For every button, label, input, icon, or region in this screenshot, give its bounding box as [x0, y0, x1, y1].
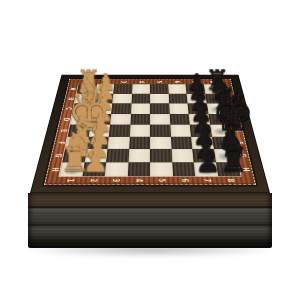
- file-label-f: F: [49, 139, 71, 146]
- square-g6[interactable]: [171, 149, 194, 162]
- file-label-h: H: [43, 165, 67, 173]
- rank-label-3: 3: [109, 173, 123, 188]
- rank-label-6: 6: [177, 173, 191, 188]
- rank-label-1: 1: [62, 173, 77, 188]
- file-label-g: G: [231, 152, 254, 159]
- rank-label-5: 5: [154, 77, 164, 86]
- square-e5[interactable]: [150, 125, 171, 137]
- rank-label-8: 8: [206, 77, 217, 86]
- file-label-d: D: [224, 116, 245, 122]
- file-label-c: C: [58, 106, 78, 112]
- box-front-face: [28, 193, 272, 248]
- file-label-h: H: [233, 165, 257, 173]
- rank-label-8: 8: [222, 173, 237, 188]
- box-top-rim: 12345678 12345678 ABCDEFGH ABCDEFGH ♜♟♟♜…: [30, 75, 270, 193]
- square-d4[interactable]: [130, 114, 150, 125]
- piece-black-pawn-h7[interactable]: ♟: [195, 148, 218, 175]
- square-d6[interactable]: [169, 114, 190, 125]
- rank-label-7: 7: [189, 77, 200, 86]
- file-label-g: G: [46, 152, 69, 159]
- rank-label-5: 5: [155, 173, 168, 188]
- file-label-d: D: [55, 116, 76, 122]
- board-grid: ♜♟♟♜♞♟♟♞♝♟♟♝♛♟♟♛♚♟♟♚♝♟♟♝♞♟♟♞♜♟♟♜: [59, 84, 240, 176]
- file-label-c: C: [222, 106, 242, 112]
- rank-label-3: 3: [118, 77, 128, 86]
- coordinate-band: 12345678 12345678 ABCDEFGH ABCDEFGH ♜♟♟♜…: [44, 79, 256, 185]
- square-f6[interactable]: [171, 137, 193, 149]
- rank-label-4: 4: [132, 173, 145, 188]
- square-e6[interactable]: [170, 125, 191, 137]
- rank-label-2: 2: [100, 77, 111, 86]
- chess-set-photo: 12345678 12345678 ABCDEFGH ABCDEFGH ♜♟♟♜…: [0, 0, 300, 300]
- square-d5[interactable]: [150, 114, 170, 125]
- rank-label-2: 2: [85, 173, 100, 188]
- file-label-b: B: [61, 96, 81, 101]
- square-f5[interactable]: [150, 137, 171, 149]
- board-plane: 12345678 12345678 ABCDEFGH ABCDEFGH ♜♟♟♜…: [30, 75, 270, 193]
- rank-label-6: 6: [171, 77, 181, 86]
- square-c5[interactable]: [150, 103, 169, 113]
- file-label-b: B: [220, 96, 240, 101]
- square-b4[interactable]: [131, 94, 150, 104]
- square-f4[interactable]: [129, 137, 150, 149]
- square-b5[interactable]: [150, 94, 169, 104]
- square-b6[interactable]: [168, 94, 187, 104]
- square-c6[interactable]: [169, 103, 189, 113]
- file-label-a: A: [218, 86, 237, 91]
- square-g4[interactable]: [128, 149, 150, 162]
- rank-label-4: 4: [136, 77, 146, 86]
- file-label-a: A: [63, 86, 82, 91]
- file-label-f: F: [228, 139, 250, 146]
- file-label-e: E: [52, 127, 74, 133]
- square-g5[interactable]: [150, 149, 172, 162]
- rank-label-1: 1: [82, 77, 93, 86]
- rank-label-7: 7: [200, 173, 215, 188]
- coords-front: 12345678: [58, 176, 242, 184]
- square-e4[interactable]: [129, 125, 150, 137]
- piece-white-pawn-h2[interactable]: ♟: [82, 148, 105, 175]
- file-label-e: E: [226, 127, 248, 133]
- square-c4[interactable]: [131, 103, 150, 113]
